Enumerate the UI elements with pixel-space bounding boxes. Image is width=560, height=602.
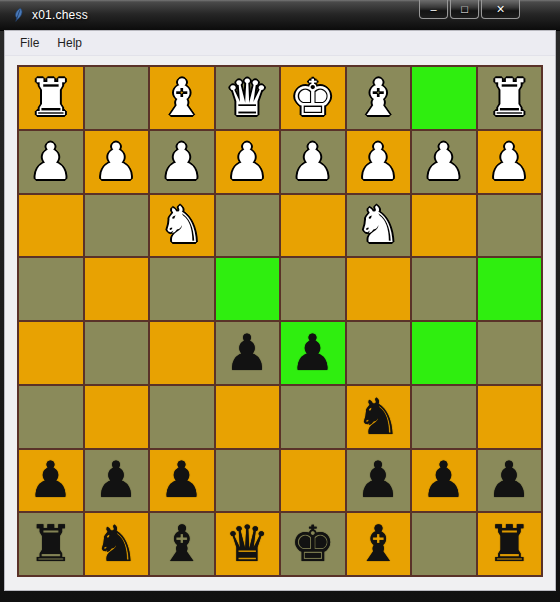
tk-feather-icon [10, 7, 26, 23]
square-c3[interactable]: ♞ [150, 195, 214, 257]
square-a4[interactable] [19, 258, 83, 320]
square-a1[interactable]: ♜ [19, 67, 83, 129]
piece-white-knight[interactable]: ♞ [159, 200, 204, 250]
piece-white-pawn[interactable]: ♟ [356, 137, 401, 187]
square-b4[interactable] [85, 258, 149, 320]
square-d6[interactable] [216, 386, 280, 448]
menu-bar: File Help [5, 31, 555, 56]
square-d4[interactable] [216, 258, 280, 320]
piece-black-pawn[interactable]: ♟ [94, 455, 139, 505]
square-h5[interactable] [478, 322, 542, 384]
square-b3[interactable] [85, 195, 149, 257]
client-area: File Help ♜♝♛♚♝♜♟♟♟♟♟♟♟♟♞♞♟♟♞♟♟♟♟♟♟♜♞♝♛♚… [4, 30, 556, 591]
square-a8[interactable]: ♜ [19, 513, 83, 575]
piece-black-knight[interactable]: ♞ [94, 519, 139, 569]
title-bar[interactable]: x01.chess – □ × [0, 0, 560, 31]
app-window: x01.chess – □ × File Help ♜♝♛♚♝♜♟♟♟♟♟♟♟♟… [0, 0, 560, 602]
square-a5[interactable] [19, 322, 83, 384]
square-c5[interactable] [150, 322, 214, 384]
piece-white-bishop[interactable]: ♝ [356, 73, 401, 123]
square-c6[interactable] [150, 386, 214, 448]
square-b8[interactable]: ♞ [85, 513, 149, 575]
piece-black-pawn[interactable]: ♟ [421, 455, 466, 505]
square-g2[interactable]: ♟ [412, 131, 476, 193]
square-a7[interactable]: ♟ [19, 450, 83, 512]
square-e2[interactable]: ♟ [281, 131, 345, 193]
chess-board: ♜♝♛♚♝♜♟♟♟♟♟♟♟♟♞♞♟♟♞♟♟♟♟♟♟♜♞♝♛♚♝♜ [17, 65, 543, 577]
square-e6[interactable] [281, 386, 345, 448]
square-f5[interactable] [347, 322, 411, 384]
square-h8[interactable]: ♜ [478, 513, 542, 575]
square-b6[interactable] [85, 386, 149, 448]
piece-black-pawn[interactable]: ♟ [290, 328, 335, 378]
piece-black-pawn[interactable]: ♟ [159, 455, 204, 505]
piece-black-pawn[interactable]: ♟ [356, 455, 401, 505]
piece-black-knight[interactable]: ♞ [356, 392, 401, 442]
piece-black-pawn[interactable]: ♟ [487, 455, 532, 505]
piece-white-pawn[interactable]: ♟ [487, 137, 532, 187]
piece-black-rook[interactable]: ♜ [28, 519, 73, 569]
piece-white-pawn[interactable]: ♟ [290, 137, 335, 187]
square-e4[interactable] [281, 258, 345, 320]
square-e7[interactable] [281, 450, 345, 512]
square-g5[interactable] [412, 322, 476, 384]
piece-black-pawn[interactable]: ♟ [28, 455, 73, 505]
piece-white-rook[interactable]: ♜ [28, 73, 73, 123]
square-g3[interactable] [412, 195, 476, 257]
square-f7[interactable]: ♟ [347, 450, 411, 512]
piece-black-bishop[interactable]: ♝ [356, 519, 401, 569]
square-g4[interactable] [412, 258, 476, 320]
square-a2[interactable]: ♟ [19, 131, 83, 193]
square-b7[interactable]: ♟ [85, 450, 149, 512]
square-c7[interactable]: ♟ [150, 450, 214, 512]
square-f4[interactable] [347, 258, 411, 320]
square-c8[interactable]: ♝ [150, 513, 214, 575]
square-h3[interactable] [478, 195, 542, 257]
square-g8[interactable] [412, 513, 476, 575]
square-d7[interactable] [216, 450, 280, 512]
piece-black-bishop[interactable]: ♝ [159, 519, 204, 569]
square-f2[interactable]: ♟ [347, 131, 411, 193]
piece-white-pawn[interactable]: ♟ [225, 137, 270, 187]
square-f3[interactable]: ♞ [347, 195, 411, 257]
square-f8[interactable]: ♝ [347, 513, 411, 575]
square-h2[interactable]: ♟ [478, 131, 542, 193]
piece-white-rook[interactable]: ♜ [487, 73, 532, 123]
square-d3[interactable] [216, 195, 280, 257]
square-d1[interactable]: ♛ [216, 67, 280, 129]
minimize-button[interactable]: – [419, 0, 448, 19]
square-e3[interactable] [281, 195, 345, 257]
square-b5[interactable] [85, 322, 149, 384]
square-b2[interactable]: ♟ [85, 131, 149, 193]
piece-black-queen[interactable]: ♛ [225, 519, 270, 569]
menu-file[interactable]: File [11, 33, 48, 53]
piece-white-king[interactable]: ♚ [290, 73, 335, 123]
square-d2[interactable]: ♟ [216, 131, 280, 193]
square-c2[interactable]: ♟ [150, 131, 214, 193]
square-h6[interactable] [478, 386, 542, 448]
square-c1[interactable]: ♝ [150, 67, 214, 129]
square-d8[interactable]: ♛ [216, 513, 280, 575]
square-f1[interactable]: ♝ [347, 67, 411, 129]
square-h4[interactable] [478, 258, 542, 320]
piece-white-pawn[interactable]: ♟ [421, 137, 466, 187]
square-h1[interactable]: ♜ [478, 67, 542, 129]
square-a6[interactable] [19, 386, 83, 448]
piece-black-pawn[interactable]: ♟ [225, 328, 270, 378]
close-button[interactable]: × [481, 0, 520, 19]
piece-white-queen[interactable]: ♛ [225, 73, 270, 123]
square-e1[interactable]: ♚ [281, 67, 345, 129]
square-g7[interactable]: ♟ [412, 450, 476, 512]
window-title: x01.chess [32, 8, 88, 22]
square-e8[interactable]: ♚ [281, 513, 345, 575]
piece-black-king[interactable]: ♚ [290, 519, 335, 569]
piece-white-bishop[interactable]: ♝ [159, 73, 204, 123]
piece-black-rook[interactable]: ♜ [487, 519, 532, 569]
menu-help[interactable]: Help [48, 33, 91, 53]
square-g1[interactable] [412, 67, 476, 129]
window-controls: – □ × [419, 0, 520, 19]
square-h7[interactable]: ♟ [478, 450, 542, 512]
piece-white-knight[interactable]: ♞ [356, 200, 401, 250]
square-d5[interactable]: ♟ [216, 322, 280, 384]
square-c4[interactable] [150, 258, 214, 320]
piece-white-pawn[interactable]: ♟ [159, 137, 204, 187]
piece-white-pawn[interactable]: ♟ [94, 137, 139, 187]
square-g6[interactable] [412, 386, 476, 448]
square-f6[interactable]: ♞ [347, 386, 411, 448]
piece-white-pawn[interactable]: ♟ [28, 137, 73, 187]
square-b1[interactable] [85, 67, 149, 129]
square-a3[interactable] [19, 195, 83, 257]
square-e5[interactable]: ♟ [281, 322, 345, 384]
maximize-button[interactable]: □ [450, 0, 479, 19]
